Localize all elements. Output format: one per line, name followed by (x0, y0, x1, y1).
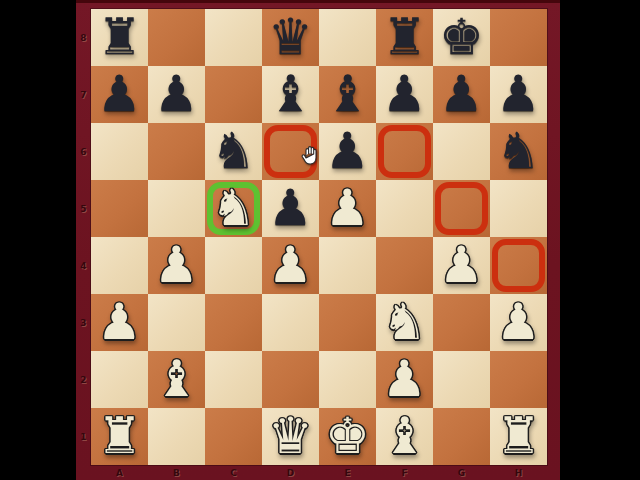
square-c3[interactable] (205, 294, 262, 351)
square-h5[interactable] (490, 180, 547, 237)
square-d5[interactable]: ♟ (262, 180, 319, 237)
square-h3[interactable]: ♟ (490, 294, 547, 351)
square-d8[interactable]: ♛ (262, 9, 319, 66)
square-f7[interactable]: ♟ (376, 66, 433, 123)
square-e7[interactable]: ♝ (319, 66, 376, 123)
square-e6[interactable]: ♟ (319, 123, 376, 180)
square-a1[interactable]: ♜ (91, 408, 148, 465)
file-label-g: G (433, 465, 490, 480)
square-f8[interactable]: ♜ (376, 9, 433, 66)
square-b4[interactable]: ♟ (148, 237, 205, 294)
square-e8[interactable] (319, 9, 376, 66)
rank-label-4: 4 (76, 237, 91, 294)
piece-white-bishop-f1[interactable]: ♝ (382, 408, 427, 465)
piece-white-pawn-g4[interactable]: ♟ (439, 237, 484, 294)
highlight-red-g5 (435, 182, 488, 235)
piece-white-pawn-a3[interactable]: ♟ (97, 294, 142, 351)
piece-white-pawn-h3[interactable]: ♟ (496, 294, 541, 351)
square-g6[interactable] (433, 123, 490, 180)
square-g7[interactable]: ♟ (433, 66, 490, 123)
highlight-red-f6 (378, 125, 431, 178)
piece-black-pawn-h7[interactable]: ♟ (496, 66, 541, 123)
board: ♜♛♜♚♟♟♝♝♟♟♟♞♟♞♞♟♟♟♟♟♟♞♟♝♟♜♛♚♝♜ (91, 9, 547, 465)
piece-white-pawn-d4[interactable]: ♟ (268, 237, 313, 294)
file-label-e: E (319, 465, 376, 480)
rank-label-8: 8 (76, 9, 91, 66)
rank-labels: 87654321 (76, 9, 91, 465)
rank-label-1: 1 (76, 408, 91, 465)
square-e2[interactable] (319, 351, 376, 408)
piece-white-pawn-b4[interactable]: ♟ (154, 237, 199, 294)
piece-white-pawn-e5[interactable]: ♟ (325, 180, 370, 237)
piece-black-pawn-f7[interactable]: ♟ (382, 66, 427, 123)
piece-black-pawn-g7[interactable]: ♟ (439, 66, 484, 123)
square-f5[interactable] (376, 180, 433, 237)
file-label-f: F (376, 465, 433, 480)
square-c6[interactable]: ♞ (205, 123, 262, 180)
piece-black-pawn-d5[interactable]: ♟ (268, 180, 313, 237)
highlight-red-h4 (492, 239, 545, 292)
square-c2[interactable] (205, 351, 262, 408)
file-label-b: B (148, 465, 205, 480)
square-b5[interactable] (148, 180, 205, 237)
square-c7[interactable] (205, 66, 262, 123)
piece-black-pawn-b7[interactable]: ♟ (154, 66, 199, 123)
square-d7[interactable]: ♝ (262, 66, 319, 123)
piece-white-bishop-b2[interactable]: ♝ (154, 351, 199, 408)
letterbox-right (560, 0, 640, 480)
piece-white-rook-h1[interactable]: ♜ (496, 408, 541, 465)
piece-black-pawn-e6[interactable]: ♟ (325, 123, 370, 180)
file-label-a: A (91, 465, 148, 480)
square-e4[interactable] (319, 237, 376, 294)
square-b6[interactable] (148, 123, 205, 180)
square-d2[interactable] (262, 351, 319, 408)
square-a4[interactable] (91, 237, 148, 294)
file-labels: ABCDEFGH (91, 465, 547, 480)
square-d3[interactable] (262, 294, 319, 351)
letterbox-left (0, 0, 76, 480)
square-g4[interactable]: ♟ (433, 237, 490, 294)
piece-white-knight-f3[interactable]: ♞ (382, 294, 427, 351)
square-h8[interactable] (490, 9, 547, 66)
square-f1[interactable]: ♝ (376, 408, 433, 465)
rank-label-3: 3 (76, 294, 91, 351)
file-label-h: H (490, 465, 547, 480)
piece-black-rook-f8[interactable]: ♜ (382, 9, 427, 66)
square-h4[interactable] (490, 237, 547, 294)
hand-cursor-icon (300, 143, 320, 168)
square-c4[interactable] (205, 237, 262, 294)
rank-label-7: 7 (76, 66, 91, 123)
piece-white-knight-c5[interactable]: ♞ (211, 180, 256, 237)
piece-black-knight-h6[interactable]: ♞ (496, 123, 541, 180)
square-b7[interactable]: ♟ (148, 66, 205, 123)
piece-white-queen-d1[interactable]: ♛ (268, 408, 313, 465)
square-b1[interactable] (148, 408, 205, 465)
square-f4[interactable] (376, 237, 433, 294)
square-h7[interactable]: ♟ (490, 66, 547, 123)
square-h1[interactable]: ♜ (490, 408, 547, 465)
file-label-d: D (262, 465, 319, 480)
square-f3[interactable]: ♞ (376, 294, 433, 351)
square-c8[interactable] (205, 9, 262, 66)
square-f2[interactable]: ♟ (376, 351, 433, 408)
file-label-c: C (205, 465, 262, 480)
square-g3[interactable] (433, 294, 490, 351)
square-a3[interactable]: ♟ (91, 294, 148, 351)
square-f6[interactable] (376, 123, 433, 180)
square-e5[interactable]: ♟ (319, 180, 376, 237)
rank-label-2: 2 (76, 351, 91, 408)
piece-black-rook-a8[interactable]: ♜ (97, 9, 142, 66)
square-c5[interactable]: ♞ (205, 180, 262, 237)
piece-black-knight-c6[interactable]: ♞ (211, 123, 256, 180)
square-d4[interactable]: ♟ (262, 237, 319, 294)
square-d1[interactable]: ♛ (262, 408, 319, 465)
rank-label-5: 5 (76, 180, 91, 237)
square-g2[interactable] (433, 351, 490, 408)
piece-black-queen-d8[interactable]: ♛ (268, 9, 313, 66)
piece-white-rook-a1[interactable]: ♜ (97, 408, 142, 465)
square-b3[interactable] (148, 294, 205, 351)
square-b8[interactable] (148, 9, 205, 66)
piece-black-king-g8[interactable]: ♚ (439, 9, 484, 66)
square-b2[interactable]: ♝ (148, 351, 205, 408)
piece-black-pawn-a7[interactable]: ♟ (97, 66, 142, 123)
square-g1[interactable] (433, 408, 490, 465)
square-a7[interactable]: ♟ (91, 66, 148, 123)
piece-black-bishop-d7[interactable]: ♝ (268, 66, 313, 123)
rank-label-6: 6 (76, 123, 91, 180)
square-a5[interactable] (91, 180, 148, 237)
square-g5[interactable] (433, 180, 490, 237)
square-h2[interactable] (490, 351, 547, 408)
square-e1[interactable]: ♚ (319, 408, 376, 465)
square-a2[interactable] (91, 351, 148, 408)
square-a8[interactable]: ♜ (91, 9, 148, 66)
piece-white-king-e1[interactable]: ♚ (325, 408, 370, 465)
square-g8[interactable]: ♚ (433, 9, 490, 66)
board-frame: 87654321 ♜♛♜♚♟♟♝♝♟♟♟♞♟♞♞♟♟♟♟♟♟♞♟♝♟♜♛♚♝♜ … (76, 0, 560, 480)
square-h6[interactable]: ♞ (490, 123, 547, 180)
square-e3[interactable] (319, 294, 376, 351)
square-a6[interactable] (91, 123, 148, 180)
piece-black-bishop-e7[interactable]: ♝ (325, 66, 370, 123)
piece-white-pawn-f2[interactable]: ♟ (382, 351, 427, 408)
square-c1[interactable] (205, 408, 262, 465)
